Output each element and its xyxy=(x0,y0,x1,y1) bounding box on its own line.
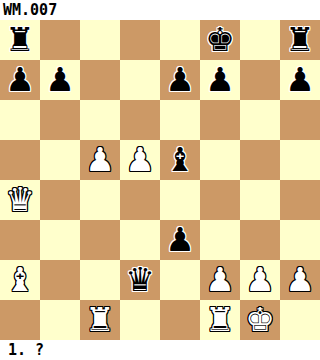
square-g1[interactable]: ♚ xyxy=(240,300,280,340)
chess-board: ♜♚♜♟♟♟♟♟♟♟♝♛♟♝♛♟♟♟♜♜♚ xyxy=(0,20,320,340)
puzzle-title: WM.007 xyxy=(0,0,320,20)
square-d8[interactable] xyxy=(120,20,160,60)
square-a1[interactable] xyxy=(0,300,40,340)
square-e4[interactable] xyxy=(160,180,200,220)
square-e2[interactable] xyxy=(160,260,200,300)
square-e5[interactable]: ♝ xyxy=(160,140,200,180)
square-f5[interactable] xyxy=(200,140,240,180)
square-e1[interactable] xyxy=(160,300,200,340)
piece-white-rook: ♜ xyxy=(205,300,235,340)
square-d7[interactable] xyxy=(120,60,160,100)
square-b4[interactable] xyxy=(40,180,80,220)
square-e3[interactable]: ♟ xyxy=(160,220,200,260)
square-a8[interactable]: ♜ xyxy=(0,20,40,60)
move-prompt: 1. ? xyxy=(0,340,320,360)
piece-black-pawn: ♟ xyxy=(45,60,75,100)
square-c3[interactable] xyxy=(80,220,120,260)
square-b5[interactable] xyxy=(40,140,80,180)
square-g4[interactable] xyxy=(240,180,280,220)
square-d6[interactable] xyxy=(120,100,160,140)
square-f7[interactable]: ♟ xyxy=(200,60,240,100)
square-f8[interactable]: ♚ xyxy=(200,20,240,60)
piece-white-queen: ♛ xyxy=(5,180,35,220)
square-d2[interactable]: ♛ xyxy=(120,260,160,300)
piece-black-pawn: ♟ xyxy=(285,60,315,100)
piece-white-rook: ♜ xyxy=(85,300,115,340)
piece-black-pawn: ♟ xyxy=(5,60,35,100)
square-a4[interactable]: ♛ xyxy=(0,180,40,220)
square-h1[interactable] xyxy=(280,300,320,340)
piece-white-king: ♚ xyxy=(245,300,275,340)
square-e8[interactable] xyxy=(160,20,200,60)
square-b3[interactable] xyxy=(40,220,80,260)
square-g7[interactable] xyxy=(240,60,280,100)
square-c8[interactable] xyxy=(80,20,120,60)
square-b8[interactable] xyxy=(40,20,80,60)
piece-black-pawn: ♟ xyxy=(165,220,195,260)
piece-white-pawn: ♟ xyxy=(285,260,315,300)
piece-black-pawn: ♟ xyxy=(165,60,195,100)
square-g5[interactable] xyxy=(240,140,280,180)
square-f1[interactable]: ♜ xyxy=(200,300,240,340)
square-f2[interactable]: ♟ xyxy=(200,260,240,300)
square-a6[interactable] xyxy=(0,100,40,140)
piece-white-bishop: ♝ xyxy=(5,260,35,300)
piece-black-rook: ♜ xyxy=(285,20,315,60)
square-a3[interactable] xyxy=(0,220,40,260)
square-a7[interactable]: ♟ xyxy=(0,60,40,100)
piece-black-pawn: ♟ xyxy=(205,60,235,100)
square-e7[interactable]: ♟ xyxy=(160,60,200,100)
square-h3[interactable] xyxy=(280,220,320,260)
square-h4[interactable] xyxy=(280,180,320,220)
square-g6[interactable] xyxy=(240,100,280,140)
square-h8[interactable]: ♜ xyxy=(280,20,320,60)
square-e6[interactable] xyxy=(160,100,200,140)
piece-white-pawn: ♟ xyxy=(85,140,115,180)
piece-white-pawn: ♟ xyxy=(245,260,275,300)
square-h6[interactable] xyxy=(280,100,320,140)
piece-black-bishop: ♝ xyxy=(165,140,195,180)
square-g2[interactable]: ♟ xyxy=(240,260,280,300)
square-b1[interactable] xyxy=(40,300,80,340)
square-d1[interactable] xyxy=(120,300,160,340)
piece-black-king: ♚ xyxy=(205,20,235,60)
square-h5[interactable] xyxy=(280,140,320,180)
piece-black-queen: ♛ xyxy=(125,260,155,300)
square-a2[interactable]: ♝ xyxy=(0,260,40,300)
square-c7[interactable] xyxy=(80,60,120,100)
square-f4[interactable] xyxy=(200,180,240,220)
square-b2[interactable] xyxy=(40,260,80,300)
square-c5[interactable]: ♟ xyxy=(80,140,120,180)
piece-black-rook: ♜ xyxy=(5,20,35,60)
square-d3[interactable] xyxy=(120,220,160,260)
piece-white-pawn: ♟ xyxy=(125,140,155,180)
square-f6[interactable] xyxy=(200,100,240,140)
square-f3[interactable] xyxy=(200,220,240,260)
square-b6[interactable] xyxy=(40,100,80,140)
square-d5[interactable]: ♟ xyxy=(120,140,160,180)
square-b7[interactable]: ♟ xyxy=(40,60,80,100)
square-h7[interactable]: ♟ xyxy=(280,60,320,100)
square-d4[interactable] xyxy=(120,180,160,220)
square-c2[interactable] xyxy=(80,260,120,300)
square-c1[interactable]: ♜ xyxy=(80,300,120,340)
piece-white-pawn: ♟ xyxy=(205,260,235,300)
square-h2[interactable]: ♟ xyxy=(280,260,320,300)
square-g3[interactable] xyxy=(240,220,280,260)
square-c6[interactable] xyxy=(80,100,120,140)
square-c4[interactable] xyxy=(80,180,120,220)
square-a5[interactable] xyxy=(0,140,40,180)
square-g8[interactable] xyxy=(240,20,280,60)
